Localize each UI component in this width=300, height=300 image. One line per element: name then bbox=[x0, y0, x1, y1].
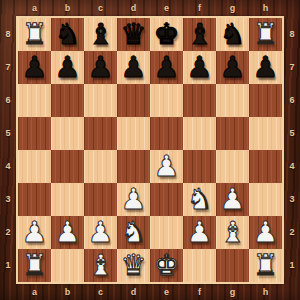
rank-label-right-3: 3 bbox=[284, 183, 300, 216]
square-h8[interactable]: ♜ bbox=[249, 18, 282, 51]
square-a2[interactable]: ♟ bbox=[18, 216, 51, 249]
square-h5[interactable] bbox=[249, 117, 282, 150]
black-pawn-h7[interactable]: ♟ bbox=[253, 51, 279, 84]
square-g1[interactable] bbox=[216, 249, 249, 282]
black-pawn-e7[interactable]: ♟ bbox=[154, 51, 180, 84]
board-inner-border: ♜♞♝♛♚♝♞♜♟♟♟♟♟♟♟♟♟♟♞♟♟♟♟♞♟♝♟♜♝♛♚♜ bbox=[16, 16, 284, 284]
white-pawn-d3[interactable]: ♟ bbox=[121, 183, 147, 216]
square-a3[interactable] bbox=[18, 183, 51, 216]
white-pawn-a2[interactable]: ♟ bbox=[22, 216, 48, 249]
file-label-top-h: h bbox=[249, 0, 282, 16]
white-knight-f3[interactable]: ♞ bbox=[187, 183, 213, 216]
rank-label-left-7: 7 bbox=[0, 51, 16, 84]
square-d5[interactable] bbox=[117, 117, 150, 150]
square-c7[interactable]: ♟ bbox=[84, 51, 117, 84]
file-label-top-c: c bbox=[84, 0, 117, 16]
square-b5[interactable] bbox=[51, 117, 84, 150]
rank-label-left-4: 4 bbox=[0, 150, 16, 183]
square-e5[interactable] bbox=[150, 117, 183, 150]
square-a6[interactable] bbox=[18, 84, 51, 117]
rank-label-left-2: 2 bbox=[0, 216, 16, 249]
file-label-bottom-b: b bbox=[51, 284, 84, 300]
file-labels-top: abcdefgh bbox=[18, 0, 282, 16]
square-d8[interactable]: ♛ bbox=[117, 18, 150, 51]
rank-label-right-5: 5 bbox=[284, 117, 300, 150]
white-rook-h8[interactable]: ♜ bbox=[253, 18, 279, 51]
square-g8[interactable]: ♞ bbox=[216, 18, 249, 51]
rank-labels-right: 87654321 bbox=[284, 18, 300, 282]
square-f8[interactable]: ♝ bbox=[183, 18, 216, 51]
black-bishop-c8[interactable]: ♝ bbox=[88, 18, 114, 51]
white-knight-d2[interactable]: ♞ bbox=[121, 216, 147, 249]
square-e1[interactable]: ♚ bbox=[150, 249, 183, 282]
file-label-top-f: f bbox=[183, 0, 216, 16]
square-g5[interactable] bbox=[216, 117, 249, 150]
square-e3[interactable] bbox=[150, 183, 183, 216]
rank-label-left-5: 5 bbox=[0, 117, 16, 150]
rank-label-left-8: 8 bbox=[0, 18, 16, 51]
square-c3[interactable] bbox=[84, 183, 117, 216]
square-d3[interactable]: ♟ bbox=[117, 183, 150, 216]
black-pawn-g7[interactable]: ♟ bbox=[220, 51, 246, 84]
white-rook-a8[interactable]: ♜ bbox=[22, 18, 48, 51]
square-g2[interactable]: ♝ bbox=[216, 216, 249, 249]
rank-label-right-2: 2 bbox=[284, 216, 300, 249]
square-f4[interactable] bbox=[183, 150, 216, 183]
square-f6[interactable] bbox=[183, 84, 216, 117]
white-pawn-g3[interactable]: ♟ bbox=[220, 183, 246, 216]
file-label-top-e: e bbox=[150, 0, 183, 16]
square-e2[interactable] bbox=[150, 216, 183, 249]
white-pawn-f2[interactable]: ♟ bbox=[187, 216, 213, 249]
square-a5[interactable] bbox=[18, 117, 51, 150]
square-d7[interactable]: ♟ bbox=[117, 51, 150, 84]
square-e7[interactable]: ♟ bbox=[150, 51, 183, 84]
file-label-bottom-f: f bbox=[183, 284, 216, 300]
white-rook-h1[interactable]: ♜ bbox=[253, 249, 279, 282]
square-e8[interactable]: ♚ bbox=[150, 18, 183, 51]
square-h6[interactable] bbox=[249, 84, 282, 117]
black-pawn-d7[interactable]: ♟ bbox=[121, 51, 147, 84]
square-c1[interactable]: ♝ bbox=[84, 249, 117, 282]
square-c5[interactable] bbox=[84, 117, 117, 150]
square-h3[interactable] bbox=[249, 183, 282, 216]
square-c6[interactable] bbox=[84, 84, 117, 117]
rank-label-left-1: 1 bbox=[0, 249, 16, 282]
rank-label-left-6: 6 bbox=[0, 84, 16, 117]
black-knight-b8[interactable]: ♞ bbox=[55, 18, 81, 51]
square-g3[interactable]: ♟ bbox=[216, 183, 249, 216]
file-label-bottom-h: h bbox=[249, 284, 282, 300]
square-c4[interactable] bbox=[84, 150, 117, 183]
file-label-bottom-e: e bbox=[150, 284, 183, 300]
black-pawn-c7[interactable]: ♟ bbox=[88, 51, 114, 84]
square-c8[interactable]: ♝ bbox=[84, 18, 117, 51]
square-f3[interactable]: ♞ bbox=[183, 183, 216, 216]
file-label-top-d: d bbox=[117, 0, 150, 16]
rank-label-left-3: 3 bbox=[0, 183, 16, 216]
square-e4[interactable]: ♟ bbox=[150, 150, 183, 183]
black-pawn-b7[interactable]: ♟ bbox=[55, 51, 81, 84]
white-pawn-c2[interactable]: ♟ bbox=[88, 216, 114, 249]
file-label-bottom-a: a bbox=[18, 284, 51, 300]
rank-label-right-4: 4 bbox=[284, 150, 300, 183]
square-d2[interactable]: ♞ bbox=[117, 216, 150, 249]
square-g7[interactable]: ♟ bbox=[216, 51, 249, 84]
square-h2[interactable]: ♟ bbox=[249, 216, 282, 249]
square-f7[interactable]: ♟ bbox=[183, 51, 216, 84]
white-pawn-h2[interactable]: ♟ bbox=[253, 216, 279, 249]
square-g4[interactable] bbox=[216, 150, 249, 183]
chess-board: ♜♞♝♛♚♝♞♜♟♟♟♟♟♟♟♟♟♟♞♟♟♟♟♞♟♝♟♜♝♛♚♜ bbox=[18, 18, 282, 282]
square-h1[interactable]: ♜ bbox=[249, 249, 282, 282]
white-pawn-b2[interactable]: ♟ bbox=[55, 216, 81, 249]
square-a7[interactable]: ♟ bbox=[18, 51, 51, 84]
black-queen-d8[interactable]: ♛ bbox=[121, 18, 147, 51]
black-bishop-f8[interactable]: ♝ bbox=[187, 18, 213, 51]
square-b6[interactable] bbox=[51, 84, 84, 117]
square-a1[interactable]: ♜ bbox=[18, 249, 51, 282]
square-g6[interactable] bbox=[216, 84, 249, 117]
black-knight-g8[interactable]: ♞ bbox=[220, 18, 246, 51]
square-b2[interactable]: ♟ bbox=[51, 216, 84, 249]
square-e6[interactable] bbox=[150, 84, 183, 117]
rank-labels-left: 87654321 bbox=[0, 18, 16, 282]
black-king-e8[interactable]: ♚ bbox=[154, 18, 180, 51]
square-a4[interactable] bbox=[18, 150, 51, 183]
square-b4[interactable] bbox=[51, 150, 84, 183]
white-bishop-g2[interactable]: ♝ bbox=[220, 216, 246, 249]
square-f1[interactable] bbox=[183, 249, 216, 282]
rank-label-right-6: 6 bbox=[284, 84, 300, 117]
file-label-top-g: g bbox=[216, 0, 249, 16]
rank-label-right-1: 1 bbox=[284, 249, 300, 282]
square-b3[interactable] bbox=[51, 183, 84, 216]
chess-board-frame: abcdefgh abcdefgh 87654321 87654321 ♜♞♝♛… bbox=[0, 0, 300, 300]
file-label-bottom-c: c bbox=[84, 284, 117, 300]
square-b8[interactable]: ♞ bbox=[51, 18, 84, 51]
square-d1[interactable]: ♛ bbox=[117, 249, 150, 282]
square-b7[interactable]: ♟ bbox=[51, 51, 84, 84]
white-bishop-c1[interactable]: ♝ bbox=[88, 249, 114, 282]
square-d6[interactable] bbox=[117, 84, 150, 117]
black-pawn-a7[interactable]: ♟ bbox=[22, 51, 48, 84]
square-h4[interactable] bbox=[249, 150, 282, 183]
white-queen-d1[interactable]: ♛ bbox=[121, 249, 147, 282]
square-b1[interactable] bbox=[51, 249, 84, 282]
file-label-top-b: b bbox=[51, 0, 84, 16]
square-c2[interactable]: ♟ bbox=[84, 216, 117, 249]
white-king-e1[interactable]: ♚ bbox=[154, 249, 180, 282]
square-a8[interactable]: ♜ bbox=[18, 18, 51, 51]
file-label-bottom-g: g bbox=[216, 284, 249, 300]
white-rook-a1[interactable]: ♜ bbox=[22, 249, 48, 282]
square-h7[interactable]: ♟ bbox=[249, 51, 282, 84]
rank-label-right-7: 7 bbox=[284, 51, 300, 84]
square-f2[interactable]: ♟ bbox=[183, 216, 216, 249]
white-pawn-e4[interactable]: ♟ bbox=[154, 150, 180, 183]
file-label-bottom-d: d bbox=[117, 284, 150, 300]
square-f5[interactable] bbox=[183, 117, 216, 150]
file-label-top-a: a bbox=[18, 0, 51, 16]
rank-label-right-8: 8 bbox=[284, 18, 300, 51]
square-d4[interactable] bbox=[117, 150, 150, 183]
black-pawn-f7[interactable]: ♟ bbox=[187, 51, 213, 84]
file-labels-bottom: abcdefgh bbox=[18, 284, 282, 300]
